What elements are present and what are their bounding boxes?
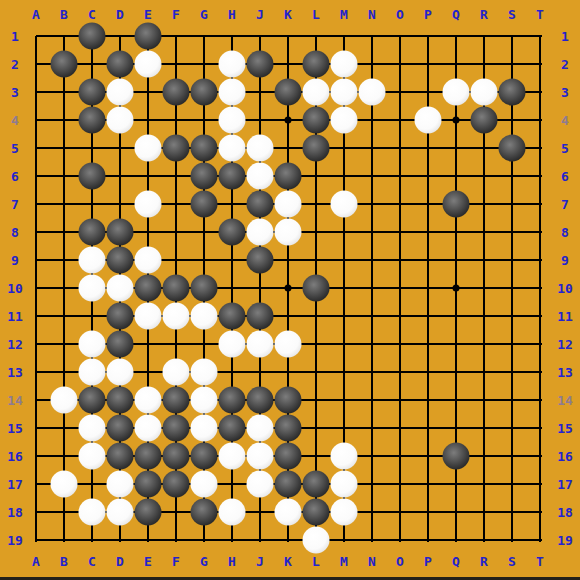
black-stone-J2 xyxy=(247,51,274,78)
row-label-left-17: 17 xyxy=(7,478,23,491)
black-stone-Q16 xyxy=(443,443,470,470)
black-stone-C1 xyxy=(79,23,106,50)
white-stone-E14 xyxy=(135,387,162,414)
row-label-right-1: 1 xyxy=(561,30,569,43)
row-label-right-15: 15 xyxy=(557,422,573,435)
black-stone-D9 xyxy=(107,247,134,274)
col-label-bottom-H: H xyxy=(228,555,236,568)
col-label-top-P: P xyxy=(424,8,432,21)
star-point-Q10 xyxy=(453,285,460,292)
white-stone-K12 xyxy=(275,331,302,358)
black-stone-D14 xyxy=(107,387,134,414)
white-stone-H2 xyxy=(219,51,246,78)
col-label-bottom-Q: Q xyxy=(452,555,460,568)
black-stone-B2 xyxy=(51,51,78,78)
black-stone-E18 xyxy=(135,499,162,526)
white-stone-E9 xyxy=(135,247,162,274)
col-label-bottom-P: P xyxy=(424,555,432,568)
col-label-top-M: M xyxy=(340,8,348,21)
white-stone-G15 xyxy=(191,415,218,442)
row-label-right-17: 17 xyxy=(557,478,573,491)
row-label-right-2: 2 xyxy=(561,58,569,71)
row-label-left-18: 18 xyxy=(7,506,23,519)
white-stone-M17 xyxy=(331,471,358,498)
col-label-bottom-S: S xyxy=(508,555,516,568)
col-label-bottom-R: R xyxy=(480,555,488,568)
white-stone-J16 xyxy=(247,443,274,470)
star-point-K10 xyxy=(285,285,292,292)
col-label-bottom-B: B xyxy=(60,555,68,568)
row-label-right-14: 14 xyxy=(557,394,573,407)
white-stone-K8 xyxy=(275,219,302,246)
star-point-Q4 xyxy=(453,117,460,124)
white-stone-B14 xyxy=(51,387,78,414)
white-stone-L19 xyxy=(303,527,330,554)
white-stone-D3 xyxy=(107,79,134,106)
black-stone-L10 xyxy=(303,275,330,302)
white-stone-M7 xyxy=(331,191,358,218)
row-label-left-1: 1 xyxy=(11,30,19,43)
white-stone-C10 xyxy=(79,275,106,302)
white-stone-H4 xyxy=(219,107,246,134)
row-label-right-5: 5 xyxy=(561,142,569,155)
white-stone-C13 xyxy=(79,359,106,386)
row-label-right-18: 18 xyxy=(557,506,573,519)
black-stone-L5 xyxy=(303,135,330,162)
row-label-left-13: 13 xyxy=(7,366,23,379)
col-label-top-B: B xyxy=(60,8,68,21)
white-stone-H12 xyxy=(219,331,246,358)
black-stone-E10 xyxy=(135,275,162,302)
black-stone-L2 xyxy=(303,51,330,78)
black-stone-L17 xyxy=(303,471,330,498)
white-stone-N3 xyxy=(359,79,386,106)
white-stone-M16 xyxy=(331,443,358,470)
row-label-right-8: 8 xyxy=(561,226,569,239)
white-stone-F11 xyxy=(163,303,190,330)
black-stone-F17 xyxy=(163,471,190,498)
row-label-left-2: 2 xyxy=(11,58,19,71)
white-stone-Q3 xyxy=(443,79,470,106)
white-stone-D4 xyxy=(107,107,134,134)
grid-hline-1 xyxy=(36,35,542,37)
col-label-bottom-L: L xyxy=(312,555,320,568)
white-stone-M4 xyxy=(331,107,358,134)
black-stone-D12 xyxy=(107,331,134,358)
black-stone-G16 xyxy=(191,443,218,470)
star-point-K4 xyxy=(285,117,292,124)
row-label-left-7: 7 xyxy=(11,198,19,211)
row-label-right-10: 10 xyxy=(557,282,573,295)
white-stone-H16 xyxy=(219,443,246,470)
black-stone-H11 xyxy=(219,303,246,330)
white-stone-K7 xyxy=(275,191,302,218)
black-stone-D8 xyxy=(107,219,134,246)
col-label-bottom-K: K xyxy=(284,555,292,568)
white-stone-G14 xyxy=(191,387,218,414)
black-stone-C6 xyxy=(79,163,106,190)
black-stone-K16 xyxy=(275,443,302,470)
black-stone-C4 xyxy=(79,107,106,134)
col-label-top-Q: Q xyxy=(452,8,460,21)
black-stone-L18 xyxy=(303,499,330,526)
col-label-bottom-C: C xyxy=(88,555,96,568)
col-label-top-A: A xyxy=(32,8,40,21)
black-stone-F15 xyxy=(163,415,190,442)
white-stone-G11 xyxy=(191,303,218,330)
black-stone-D15 xyxy=(107,415,134,442)
white-stone-J5 xyxy=(247,135,274,162)
black-stone-G10 xyxy=(191,275,218,302)
col-label-top-N: N xyxy=(368,8,376,21)
white-stone-C9 xyxy=(79,247,106,274)
white-stone-H3 xyxy=(219,79,246,106)
white-stone-C18 xyxy=(79,499,106,526)
white-stone-M18 xyxy=(331,499,358,526)
row-label-right-4: 4 xyxy=(561,114,569,127)
row-label-left-3: 3 xyxy=(11,86,19,99)
white-stone-K18 xyxy=(275,499,302,526)
row-label-right-13: 13 xyxy=(557,366,573,379)
go-board[interactable]: ABCDEFGHJKLMNOPQRST ABCDEFGHJKLMNOPQRST … xyxy=(0,0,580,580)
grid-vline-T xyxy=(539,36,541,542)
white-stone-P4 xyxy=(415,107,442,134)
grid-vline-N xyxy=(371,36,373,542)
row-label-left-16: 16 xyxy=(7,450,23,463)
col-label-top-G: G xyxy=(200,8,208,21)
white-stone-G17 xyxy=(191,471,218,498)
white-stone-M3 xyxy=(331,79,358,106)
row-label-left-5: 5 xyxy=(11,142,19,155)
black-stone-K3 xyxy=(275,79,302,106)
col-label-bottom-T: T xyxy=(536,555,544,568)
white-stone-L3 xyxy=(303,79,330,106)
black-stone-E17 xyxy=(135,471,162,498)
black-stone-C3 xyxy=(79,79,106,106)
black-stone-C8 xyxy=(79,219,106,246)
white-stone-J12 xyxy=(247,331,274,358)
white-stone-C16 xyxy=(79,443,106,470)
white-stone-J6 xyxy=(247,163,274,190)
white-stone-J15 xyxy=(247,415,274,442)
black-stone-K14 xyxy=(275,387,302,414)
row-label-right-6: 6 xyxy=(561,170,569,183)
col-label-bottom-M: M xyxy=(340,555,348,568)
row-label-left-11: 11 xyxy=(7,310,23,323)
col-label-top-E: E xyxy=(144,8,152,21)
black-stone-H14 xyxy=(219,387,246,414)
white-stone-H18 xyxy=(219,499,246,526)
black-stone-J9 xyxy=(247,247,274,274)
row-label-left-8: 8 xyxy=(11,226,19,239)
row-label-right-11: 11 xyxy=(557,310,573,323)
black-stone-J14 xyxy=(247,387,274,414)
row-label-left-9: 9 xyxy=(11,254,19,267)
black-stone-L4 xyxy=(303,107,330,134)
black-stone-G6 xyxy=(191,163,218,190)
black-stone-C14 xyxy=(79,387,106,414)
black-stone-J11 xyxy=(247,303,274,330)
black-stone-G5 xyxy=(191,135,218,162)
col-label-top-O: O xyxy=(396,8,404,21)
white-stone-E15 xyxy=(135,415,162,442)
white-stone-G13 xyxy=(191,359,218,386)
white-stone-F13 xyxy=(163,359,190,386)
white-stone-E2 xyxy=(135,51,162,78)
col-label-bottom-G: G xyxy=(200,555,208,568)
black-stone-G3 xyxy=(191,79,218,106)
white-stone-D17 xyxy=(107,471,134,498)
white-stone-E11 xyxy=(135,303,162,330)
white-stone-B17 xyxy=(51,471,78,498)
black-stone-H6 xyxy=(219,163,246,190)
grid-hline-19 xyxy=(36,539,542,541)
col-label-top-D: D xyxy=(116,8,124,21)
black-stone-R4 xyxy=(471,107,498,134)
grid-vline-B xyxy=(63,36,65,542)
row-label-left-15: 15 xyxy=(7,422,23,435)
row-label-right-12: 12 xyxy=(557,338,573,351)
row-label-right-7: 7 xyxy=(561,198,569,211)
black-stone-F5 xyxy=(163,135,190,162)
black-stone-K17 xyxy=(275,471,302,498)
col-label-top-K: K xyxy=(284,8,292,21)
row-label-left-12: 12 xyxy=(7,338,23,351)
white-stone-E7 xyxy=(135,191,162,218)
row-label-right-16: 16 xyxy=(557,450,573,463)
row-label-right-9: 9 xyxy=(561,254,569,267)
row-label-right-3: 3 xyxy=(561,86,569,99)
black-stone-E1 xyxy=(135,23,162,50)
white-stone-D18 xyxy=(107,499,134,526)
white-stone-D10 xyxy=(107,275,134,302)
black-stone-F10 xyxy=(163,275,190,302)
black-stone-F14 xyxy=(163,387,190,414)
row-label-left-14: 14 xyxy=(7,394,23,407)
col-label-bottom-D: D xyxy=(116,555,124,568)
grid-hline-5 xyxy=(36,147,542,149)
row-label-left-6: 6 xyxy=(11,170,19,183)
black-stone-J7 xyxy=(247,191,274,218)
col-label-top-R: R xyxy=(480,8,488,21)
col-label-top-J: J xyxy=(256,8,264,21)
col-label-bottom-N: N xyxy=(368,555,376,568)
black-stone-D2 xyxy=(107,51,134,78)
col-label-bottom-O: O xyxy=(396,555,404,568)
white-stone-J8 xyxy=(247,219,274,246)
black-stone-H8 xyxy=(219,219,246,246)
grid-vline-S xyxy=(511,36,513,542)
col-label-top-T: T xyxy=(536,8,544,21)
col-label-top-F: F xyxy=(172,8,180,21)
black-stone-G7 xyxy=(191,191,218,218)
black-stone-D16 xyxy=(107,443,134,470)
col-label-top-H: H xyxy=(228,8,236,21)
black-stone-F16 xyxy=(163,443,190,470)
col-label-bottom-A: A xyxy=(32,555,40,568)
col-label-top-L: L xyxy=(312,8,320,21)
row-label-left-4: 4 xyxy=(11,114,19,127)
white-stone-J17 xyxy=(247,471,274,498)
black-stone-F3 xyxy=(163,79,190,106)
row-label-left-10: 10 xyxy=(7,282,23,295)
row-label-right-19: 19 xyxy=(557,534,573,547)
col-label-top-C: C xyxy=(88,8,96,21)
white-stone-C15 xyxy=(79,415,106,442)
black-stone-K15 xyxy=(275,415,302,442)
col-label-bottom-J: J xyxy=(256,555,264,568)
white-stone-D13 xyxy=(107,359,134,386)
white-stone-E5 xyxy=(135,135,162,162)
white-stone-M2 xyxy=(331,51,358,78)
grid-vline-A xyxy=(35,36,37,542)
white-stone-R3 xyxy=(471,79,498,106)
black-stone-D11 xyxy=(107,303,134,330)
black-stone-K6 xyxy=(275,163,302,190)
black-stone-S5 xyxy=(499,135,526,162)
grid-vline-O xyxy=(399,36,401,542)
col-label-bottom-E: E xyxy=(144,555,152,568)
black-stone-E16 xyxy=(135,443,162,470)
black-stone-S3 xyxy=(499,79,526,106)
black-stone-Q7 xyxy=(443,191,470,218)
white-stone-C12 xyxy=(79,331,106,358)
col-label-top-S: S xyxy=(508,8,516,21)
col-label-bottom-F: F xyxy=(172,555,180,568)
black-stone-G18 xyxy=(191,499,218,526)
black-stone-H15 xyxy=(219,415,246,442)
white-stone-H5 xyxy=(219,135,246,162)
row-label-left-19: 19 xyxy=(7,534,23,547)
